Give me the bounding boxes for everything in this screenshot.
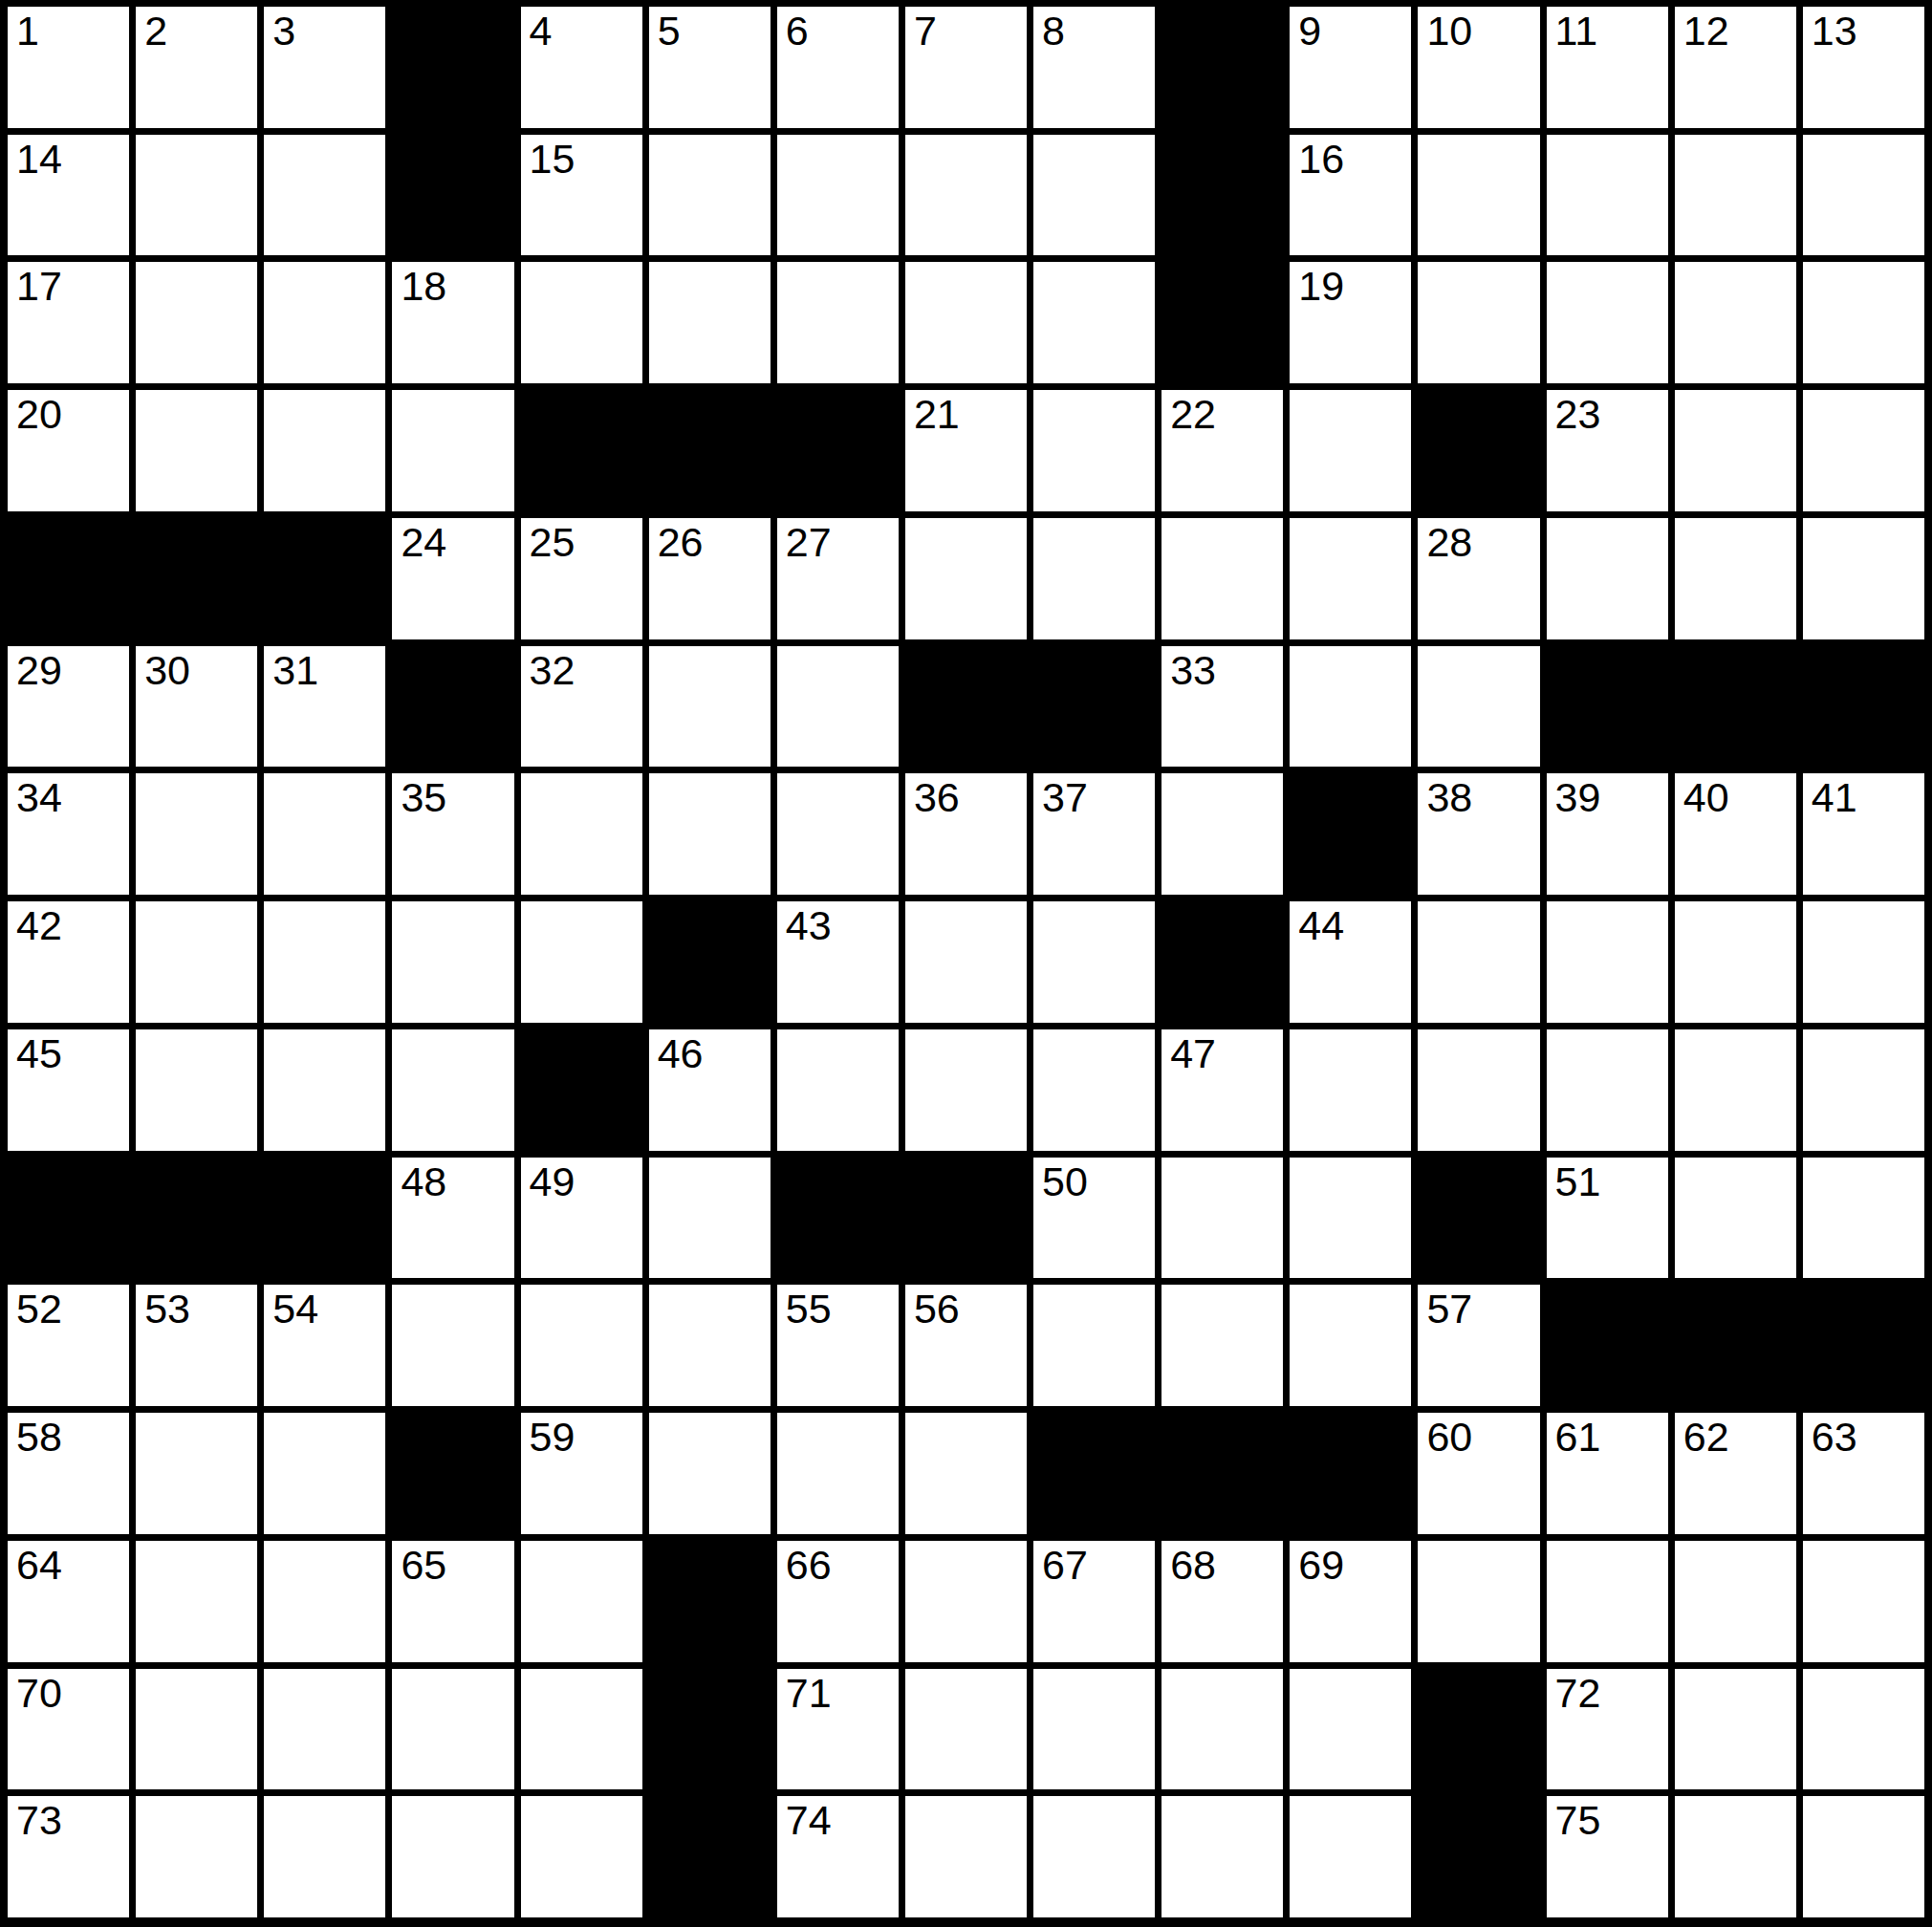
cell-r14c11[interactable] (1290, 1669, 1411, 1790)
cell-r11c11[interactable] (1290, 1285, 1411, 1406)
cell-r8c5[interactable] (521, 901, 642, 1023)
clue-number: 68 (1170, 1542, 1216, 1588)
cell-r14c8[interactable] (905, 1669, 1027, 1790)
clue-number: 4 (530, 8, 553, 54)
clue-number: 74 (786, 1797, 832, 1843)
block-cell-r10c3 (264, 1158, 385, 1279)
cell-r3c9[interactable] (1033, 262, 1155, 383)
cell-r4c3[interactable] (264, 390, 385, 511)
cell-r14c2[interactable] (136, 1669, 257, 1790)
cell-r11c7[interactable]: 55 (777, 1285, 899, 1406)
clue-number: 30 (144, 647, 190, 693)
cell-r5c8[interactable] (905, 518, 1027, 639)
cell-r15c11[interactable] (1290, 1796, 1411, 1917)
cell-r5c7[interactable]: 27 (777, 518, 899, 639)
cell-r14c4[interactable] (392, 1669, 513, 1790)
cell-r13c4[interactable]: 65 (392, 1541, 513, 1662)
block-cell-r15c12 (1418, 1796, 1539, 1917)
clue-number: 56 (914, 1286, 960, 1332)
cell-r9c9[interactable] (1033, 1029, 1155, 1151)
block-cell-r4c12 (1418, 390, 1539, 511)
cell-r10c10[interactable] (1161, 1158, 1283, 1279)
cell-r8c3[interactable] (264, 901, 385, 1023)
clue-number: 19 (1298, 263, 1344, 309)
cell-r1c11[interactable]: 9 (1290, 7, 1411, 128)
cell-r8c9[interactable] (1033, 901, 1155, 1023)
cell-r9c15[interactable] (1803, 1029, 1924, 1151)
cell-r4c4[interactable] (392, 390, 513, 511)
clue-number: 73 (16, 1797, 62, 1843)
block-cell-r7c11 (1290, 773, 1411, 895)
cell-r5c6[interactable]: 26 (649, 518, 771, 639)
cell-r2c12[interactable] (1418, 135, 1539, 256)
block-cell-r14c6 (649, 1669, 771, 1790)
cell-r5c9[interactable] (1033, 518, 1155, 639)
cell-r12c8[interactable] (905, 1413, 1027, 1534)
cell-r14c1[interactable]: 70 (8, 1669, 129, 1790)
clue-number: 49 (530, 1158, 575, 1204)
clue-number: 27 (786, 519, 832, 565)
clue-number: 66 (786, 1542, 832, 1588)
clue-number: 70 (16, 1670, 62, 1716)
cell-r11c12[interactable]: 57 (1418, 1285, 1539, 1406)
cell-r15c8[interactable] (905, 1796, 1027, 1917)
cell-r11c2[interactable]: 53 (136, 1285, 257, 1406)
cell-r9c6[interactable]: 46 (649, 1029, 771, 1151)
cell-r13c15[interactable] (1803, 1541, 1924, 1662)
cell-r3c13[interactable] (1547, 262, 1668, 383)
cell-r1c1[interactable]: 1 (8, 7, 129, 128)
block-cell-r4c6 (649, 390, 771, 511)
cell-r13c11[interactable]: 69 (1290, 1541, 1411, 1662)
cell-r5c10[interactable] (1161, 518, 1283, 639)
clue-number: 65 (401, 1542, 446, 1588)
block-cell-r1c4 (392, 7, 513, 128)
cell-r8c12[interactable] (1418, 901, 1539, 1023)
clue-number: 53 (144, 1286, 190, 1332)
cell-r10c6[interactable] (649, 1158, 771, 1279)
clue-number: 36 (914, 774, 960, 820)
clue-number: 75 (1555, 1797, 1601, 1843)
cell-r3c5[interactable] (521, 262, 642, 383)
cell-r6c5[interactable]: 32 (521, 646, 642, 768)
cell-r11c5[interactable] (521, 1285, 642, 1406)
cell-r12c6[interactable] (649, 1413, 771, 1534)
clue-number: 61 (1555, 1414, 1601, 1460)
cell-r6c12[interactable] (1418, 646, 1539, 768)
clue-number: 26 (658, 519, 704, 565)
clue-number: 48 (401, 1158, 446, 1204)
cell-r9c10[interactable]: 47 (1161, 1029, 1283, 1151)
clue-number: 24 (401, 519, 446, 565)
cell-r15c5[interactable] (521, 1796, 642, 1917)
clue-number: 59 (530, 1414, 575, 1460)
cell-r15c10[interactable] (1161, 1796, 1283, 1917)
cell-r13c12[interactable] (1418, 1541, 1539, 1662)
cell-r3c8[interactable] (905, 262, 1027, 383)
cell-r10c9[interactable]: 50 (1033, 1158, 1155, 1279)
cell-r15c14[interactable] (1675, 1796, 1796, 1917)
clue-number: 38 (1426, 774, 1472, 820)
cell-r8c2[interactable] (136, 901, 257, 1023)
clue-number: 62 (1683, 1414, 1729, 1460)
cell-r3c15[interactable] (1803, 262, 1924, 383)
block-cell-r11c15 (1803, 1285, 1924, 1406)
cell-r11c9[interactable] (1033, 1285, 1155, 1406)
cell-r6c1[interactable]: 29 (8, 646, 129, 768)
cell-r1c6[interactable]: 5 (649, 7, 771, 128)
cell-r10c5[interactable]: 49 (521, 1158, 642, 1279)
clue-number: 32 (530, 647, 575, 693)
clue-number: 22 (1170, 391, 1216, 437)
cell-r7c4[interactable]: 35 (392, 773, 513, 895)
cell-r1c9[interactable]: 8 (1033, 7, 1155, 128)
clue-number: 6 (786, 8, 809, 54)
block-cell-r10c7 (777, 1158, 899, 1279)
cell-r14c9[interactable] (1033, 1669, 1155, 1790)
cell-r3c4[interactable]: 18 (392, 262, 513, 383)
cell-r5c4[interactable]: 24 (392, 518, 513, 639)
cell-r9c2[interactable] (136, 1029, 257, 1151)
clue-number: 13 (1812, 8, 1857, 54)
clue-number: 23 (1555, 391, 1601, 437)
cell-r8c15[interactable] (1803, 901, 1924, 1023)
cell-r9c8[interactable] (905, 1029, 1027, 1151)
clue-number: 67 (1042, 1542, 1088, 1588)
cell-r7c1[interactable]: 34 (8, 773, 129, 895)
cell-r2c5[interactable]: 15 (521, 135, 642, 256)
cell-r4c8[interactable]: 21 (905, 390, 1027, 511)
cell-r15c9[interactable] (1033, 1796, 1155, 1917)
clue-number: 28 (1426, 519, 1472, 565)
cell-r13c7[interactable]: 66 (777, 1541, 899, 1662)
clue-number: 34 (16, 774, 62, 820)
block-cell-r5c2 (136, 518, 257, 639)
clue-number: 5 (658, 8, 681, 54)
block-cell-r12c9 (1033, 1413, 1155, 1534)
cell-r6c10[interactable]: 33 (1161, 646, 1283, 768)
cell-r1c5[interactable]: 4 (521, 7, 642, 128)
cell-r2c2[interactable] (136, 135, 257, 256)
cell-r4c1[interactable]: 20 (8, 390, 129, 511)
block-cell-r8c6 (649, 901, 771, 1023)
cell-r1c15[interactable]: 13 (1803, 7, 1924, 128)
block-cell-r12c10 (1161, 1413, 1283, 1534)
block-cell-r14c12 (1418, 1669, 1539, 1790)
cell-r14c15[interactable] (1803, 1669, 1924, 1790)
cell-r12c2[interactable] (136, 1413, 257, 1534)
cell-r13c1[interactable]: 64 (8, 1541, 129, 1662)
cell-r10c11[interactable] (1290, 1158, 1411, 1279)
cell-r14c13[interactable]: 72 (1547, 1669, 1668, 1790)
block-cell-r6c9 (1033, 646, 1155, 768)
cell-r11c4[interactable] (392, 1285, 513, 1406)
cell-r4c9[interactable] (1033, 390, 1155, 511)
cell-r2c14[interactable] (1675, 135, 1796, 256)
cell-r5c12[interactable]: 28 (1418, 518, 1539, 639)
clue-number: 58 (16, 1414, 62, 1460)
cell-r11c10[interactable] (1161, 1285, 1283, 1406)
cell-r1c14[interactable]: 12 (1675, 7, 1796, 128)
cell-r5c13[interactable] (1547, 518, 1668, 639)
cell-r7c12[interactable]: 38 (1418, 773, 1539, 895)
clue-number: 3 (272, 8, 295, 54)
block-cell-r4c7 (777, 390, 899, 511)
clue-number: 45 (16, 1030, 62, 1076)
clue-number: 21 (914, 391, 960, 437)
clue-number: 71 (786, 1670, 832, 1716)
cell-r7c5[interactable] (521, 773, 642, 895)
clue-number: 16 (1298, 136, 1344, 182)
cell-r9c12[interactable] (1418, 1029, 1539, 1151)
cell-r1c8[interactable]: 7 (905, 7, 1027, 128)
clue-number: 39 (1555, 774, 1601, 820)
cell-r1c12[interactable]: 10 (1418, 7, 1539, 128)
block-cell-r6c15 (1803, 646, 1924, 768)
cell-r5c11[interactable] (1290, 518, 1411, 639)
cell-r12c7[interactable] (777, 1413, 899, 1534)
cell-r10c14[interactable] (1675, 1158, 1796, 1279)
block-cell-r9c5 (521, 1029, 642, 1151)
crossword-grid: 1234567891011121314151617181920212223242… (0, 0, 1932, 1927)
cell-r15c3[interactable] (264, 1796, 385, 1917)
cell-r2c13[interactable] (1547, 135, 1668, 256)
cell-r9c13[interactable] (1547, 1029, 1668, 1151)
clue-number: 11 (1555, 8, 1598, 54)
clue-number: 50 (1042, 1158, 1088, 1204)
block-cell-r6c8 (905, 646, 1027, 768)
clue-number: 57 (1426, 1286, 1472, 1332)
cell-r9c4[interactable] (392, 1029, 513, 1151)
cell-r8c8[interactable] (905, 901, 1027, 1023)
clue-number: 35 (401, 774, 446, 820)
clue-number: 63 (1812, 1414, 1857, 1460)
cell-r1c3[interactable]: 3 (264, 7, 385, 128)
cell-r14c7[interactable]: 71 (777, 1669, 899, 1790)
clue-number: 54 (272, 1286, 318, 1332)
cell-r14c10[interactable] (1161, 1669, 1283, 1790)
cell-r11c6[interactable] (649, 1285, 771, 1406)
cell-r14c3[interactable] (264, 1669, 385, 1790)
cell-r8c13[interactable] (1547, 901, 1668, 1023)
cell-r6c7[interactable] (777, 646, 899, 768)
block-cell-r5c3 (264, 518, 385, 639)
block-cell-r8c10 (1161, 901, 1283, 1023)
cell-r6c11[interactable] (1290, 646, 1411, 768)
cell-r11c3[interactable]: 54 (264, 1285, 385, 1406)
cell-r9c3[interactable] (264, 1029, 385, 1151)
clue-number: 43 (786, 902, 832, 948)
cell-r11c8[interactable]: 56 (905, 1285, 1027, 1406)
cell-r12c15[interactable]: 63 (1803, 1413, 1924, 1534)
cell-r7c6[interactable] (649, 773, 771, 895)
cell-r4c11[interactable] (1290, 390, 1411, 511)
clue-number: 12 (1683, 8, 1729, 54)
cell-r2c11[interactable]: 16 (1290, 135, 1411, 256)
cell-r13c13[interactable] (1547, 1541, 1668, 1662)
block-cell-r4c5 (521, 390, 642, 511)
cell-r6c2[interactable]: 30 (136, 646, 257, 768)
cell-r7c13[interactable]: 39 (1547, 773, 1668, 895)
block-cell-r2c4 (392, 135, 513, 256)
clue-number: 33 (1170, 647, 1216, 693)
cell-r15c4[interactable] (392, 1796, 513, 1917)
block-cell-r10c12 (1418, 1158, 1539, 1279)
block-cell-r6c14 (1675, 646, 1796, 768)
cell-r7c7[interactable] (777, 773, 899, 895)
clue-number: 46 (658, 1030, 704, 1076)
cell-r12c13[interactable]: 61 (1547, 1413, 1668, 1534)
cell-r8c7[interactable]: 43 (777, 901, 899, 1023)
clue-number: 41 (1812, 774, 1857, 820)
cell-r3c2[interactable] (136, 262, 257, 383)
block-cell-r5c1 (8, 518, 129, 639)
clue-number: 25 (530, 519, 575, 565)
cell-r9c14[interactable] (1675, 1029, 1796, 1151)
clue-number: 40 (1683, 774, 1729, 820)
cell-r7c8[interactable]: 36 (905, 773, 1027, 895)
block-cell-r2c10 (1161, 135, 1283, 256)
cell-r13c5[interactable] (521, 1541, 642, 1662)
cell-r2c3[interactable] (264, 135, 385, 256)
clue-number: 29 (16, 647, 62, 693)
cell-r13c9[interactable]: 67 (1033, 1541, 1155, 1662)
block-cell-r6c4 (392, 646, 513, 768)
cell-r3c11[interactable]: 19 (1290, 262, 1411, 383)
clue-number: 10 (1426, 8, 1472, 54)
cell-r7c10[interactable] (1161, 773, 1283, 895)
cell-r3c3[interactable] (264, 262, 385, 383)
block-cell-r6c13 (1547, 646, 1668, 768)
cell-r2c8[interactable] (905, 135, 1027, 256)
clue-number: 8 (1042, 8, 1065, 54)
cell-r4c10[interactable]: 22 (1161, 390, 1283, 511)
cell-r7c3[interactable] (264, 773, 385, 895)
clue-number: 7 (914, 8, 937, 54)
cell-r8c1[interactable]: 42 (8, 901, 129, 1023)
cell-r2c7[interactable] (777, 135, 899, 256)
block-cell-r13c6 (649, 1541, 771, 1662)
cell-r15c13[interactable]: 75 (1547, 1796, 1668, 1917)
block-cell-r11c13 (1547, 1285, 1668, 1406)
block-cell-r10c1 (8, 1158, 129, 1279)
block-cell-r15c6 (649, 1796, 771, 1917)
block-cell-r3c10 (1161, 262, 1283, 383)
cell-r14c14[interactable] (1675, 1669, 1796, 1790)
cell-r7c2[interactable] (136, 773, 257, 895)
clue-number: 55 (786, 1286, 832, 1332)
clue-number: 18 (401, 263, 446, 309)
cell-r12c12[interactable]: 60 (1418, 1413, 1539, 1534)
cell-r7c9[interactable]: 37 (1033, 773, 1155, 895)
clue-number: 69 (1298, 1542, 1344, 1588)
cell-r4c2[interactable] (136, 390, 257, 511)
cell-r15c2[interactable] (136, 1796, 257, 1917)
block-cell-r10c8 (905, 1158, 1027, 1279)
cell-r12c5[interactable]: 59 (521, 1413, 642, 1534)
cell-r3c1[interactable]: 17 (8, 262, 129, 383)
cell-r2c15[interactable] (1803, 135, 1924, 256)
cell-r4c14[interactable] (1675, 390, 1796, 511)
cell-r1c2[interactable]: 2 (136, 7, 257, 128)
cell-r13c2[interactable] (136, 1541, 257, 1662)
clue-number: 64 (16, 1542, 62, 1588)
clue-number: 1 (16, 8, 39, 54)
cell-r4c13[interactable]: 23 (1547, 390, 1668, 511)
cell-r5c14[interactable] (1675, 518, 1796, 639)
clue-number: 31 (272, 647, 318, 693)
cell-r15c15[interactable] (1803, 1796, 1924, 1917)
cell-r7c14[interactable]: 40 (1675, 773, 1796, 895)
cell-r13c10[interactable]: 68 (1161, 1541, 1283, 1662)
cell-r15c1[interactable]: 73 (8, 1796, 129, 1917)
cell-r8c4[interactable] (392, 901, 513, 1023)
cell-r8c11[interactable]: 44 (1290, 901, 1411, 1023)
cell-r3c12[interactable] (1418, 262, 1539, 383)
clue-number: 51 (1555, 1158, 1601, 1204)
cell-r2c1[interactable]: 14 (8, 135, 129, 256)
clue-number: 15 (530, 136, 575, 182)
cell-r2c6[interactable] (649, 135, 771, 256)
cell-r6c3[interactable]: 31 (264, 646, 385, 768)
cell-r15c7[interactable]: 74 (777, 1796, 899, 1917)
cell-r10c4[interactable]: 48 (392, 1158, 513, 1279)
block-cell-r12c4 (392, 1413, 513, 1534)
clue-number: 37 (1042, 774, 1088, 820)
cell-r13c3[interactable] (264, 1541, 385, 1662)
cell-r1c13[interactable]: 11 (1547, 7, 1668, 128)
clue-number: 2 (144, 8, 167, 54)
clue-number: 72 (1555, 1670, 1601, 1716)
clue-number: 20 (16, 391, 62, 437)
clue-number: 52 (16, 1286, 62, 1332)
cell-r1c7[interactable]: 6 (777, 7, 899, 128)
cell-r3c14[interactable] (1675, 262, 1796, 383)
cell-r2c9[interactable] (1033, 135, 1155, 256)
cell-r13c8[interactable] (905, 1541, 1027, 1662)
cell-r3c6[interactable] (649, 262, 771, 383)
cell-r12c3[interactable] (264, 1413, 385, 1534)
cell-r10c15[interactable] (1803, 1158, 1924, 1279)
clue-number: 47 (1170, 1030, 1216, 1076)
cell-r10c13[interactable]: 51 (1547, 1158, 1668, 1279)
cell-r7c15[interactable]: 41 (1803, 773, 1924, 895)
cell-r13c14[interactable] (1675, 1541, 1796, 1662)
cell-r8c14[interactable] (1675, 901, 1796, 1023)
block-cell-r12c11 (1290, 1413, 1411, 1534)
cell-r5c5[interactable]: 25 (521, 518, 642, 639)
cell-r9c11[interactable] (1290, 1029, 1411, 1151)
clue-number: 9 (1298, 8, 1321, 54)
cell-r4c15[interactable] (1803, 390, 1924, 511)
cell-r12c1[interactable]: 58 (8, 1413, 129, 1534)
cell-r5c15[interactable] (1803, 518, 1924, 639)
cell-r11c1[interactable]: 52 (8, 1285, 129, 1406)
clue-number: 14 (16, 136, 62, 182)
clue-number: 17 (16, 263, 62, 309)
cell-r9c7[interactable] (777, 1029, 899, 1151)
cell-r14c5[interactable] (521, 1669, 642, 1790)
block-cell-r11c14 (1675, 1285, 1796, 1406)
cell-r12c14[interactable]: 62 (1675, 1413, 1796, 1534)
cell-r9c1[interactable]: 45 (8, 1029, 129, 1151)
clue-number: 60 (1426, 1414, 1472, 1460)
cell-r6c6[interactable] (649, 646, 771, 768)
cell-r3c7[interactable] (777, 262, 899, 383)
clue-number: 44 (1298, 902, 1344, 948)
clue-number: 42 (16, 902, 62, 948)
block-cell-r1c10 (1161, 7, 1283, 128)
